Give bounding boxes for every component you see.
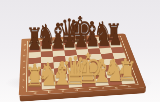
square-a1[interactable]: ♜ xyxy=(28,82,42,90)
board-frame: abcdefgh 87654321 ♜♞♝♛♚♝♞♜♟♟♟♟♟♟♟♟♟♟♟♟♟♟… xyxy=(19,33,146,96)
rank-label-6: 6 xyxy=(23,54,26,56)
board-squares: ♜♞♝♛♚♝♞♜♟♟♟♟♟♟♟♟♟♟♟♟♟♟♟♟♜♞♝♛♚♝♞♜ xyxy=(28,37,135,90)
scene: abcdefgh 87654321 ♜♞♝♛♚♝♞♜♟♟♟♟♟♟♟♟♟♟♟♟♟♟… xyxy=(0,0,160,102)
chess-board: abcdefgh 87654321 ♜♞♝♛♚♝♞♜♟♟♟♟♟♟♟♟♟♟♟♟♟♟… xyxy=(19,33,146,96)
photo-background: abcdefgh 87654321 ♜♞♝♛♚♝♞♜♟♟♟♟♟♟♟♟♟♟♟♟♟♟… xyxy=(0,0,160,102)
